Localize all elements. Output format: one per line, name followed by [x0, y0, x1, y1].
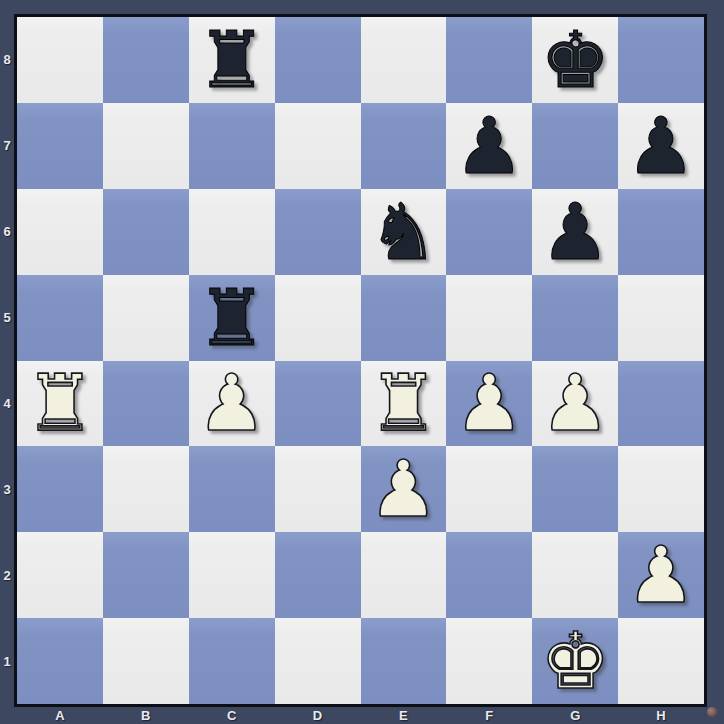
square-a4[interactable]: ♜ — [17, 361, 103, 447]
black-pawn-f7[interactable]: ♟ — [454, 103, 524, 189]
square-a8[interactable] — [17, 17, 103, 103]
square-h7[interactable]: ♟ — [618, 103, 704, 189]
square-b1[interactable] — [103, 618, 189, 704]
chessboard: ♜♚♟♟♞♟♜♜♟♜♟♟♟♟♚ — [14, 14, 707, 707]
rank-labels: 87654321 — [0, 17, 14, 704]
white-pawn-g4[interactable]: ♟ — [540, 361, 610, 447]
square-b8[interactable] — [103, 17, 189, 103]
square-e3[interactable]: ♟ — [361, 446, 447, 532]
square-g6[interactable]: ♟ — [532, 189, 618, 275]
file-label-b: B — [103, 707, 189, 724]
square-f7[interactable]: ♟ — [446, 103, 532, 189]
square-g7[interactable] — [532, 103, 618, 189]
square-c7[interactable] — [189, 103, 275, 189]
square-c8[interactable]: ♜ — [189, 17, 275, 103]
square-c4[interactable]: ♟ — [189, 361, 275, 447]
square-f6[interactable] — [446, 189, 532, 275]
square-e8[interactable] — [361, 17, 447, 103]
square-g1[interactable]: ♚ — [532, 618, 618, 704]
white-pawn-c4[interactable]: ♟ — [197, 361, 267, 447]
square-f5[interactable] — [446, 275, 532, 361]
rank-label-8: 8 — [0, 17, 14, 103]
rank-label-4: 4 — [0, 361, 14, 447]
rank-label-6: 6 — [0, 189, 14, 275]
square-f8[interactable] — [446, 17, 532, 103]
black-rook-c5[interactable]: ♜ — [197, 275, 267, 361]
square-f2[interactable] — [446, 532, 532, 618]
file-label-f: F — [446, 707, 532, 724]
square-b7[interactable] — [103, 103, 189, 189]
rank-label-7: 7 — [0, 103, 14, 189]
square-d7[interactable] — [275, 103, 361, 189]
black-rook-c8[interactable]: ♜ — [197, 17, 267, 103]
square-d5[interactable] — [275, 275, 361, 361]
square-g2[interactable] — [532, 532, 618, 618]
square-h5[interactable] — [618, 275, 704, 361]
square-e5[interactable] — [361, 275, 447, 361]
square-c6[interactable] — [189, 189, 275, 275]
square-h8[interactable] — [618, 17, 704, 103]
square-b6[interactable] — [103, 189, 189, 275]
square-h3[interactable] — [618, 446, 704, 532]
square-h2[interactable]: ♟ — [618, 532, 704, 618]
square-c2[interactable] — [189, 532, 275, 618]
file-labels: ABCDEFGH — [17, 707, 704, 724]
square-h6[interactable] — [618, 189, 704, 275]
square-f4[interactable]: ♟ — [446, 361, 532, 447]
square-b4[interactable] — [103, 361, 189, 447]
white-pawn-e3[interactable]: ♟ — [368, 446, 438, 532]
square-e1[interactable] — [361, 618, 447, 704]
white-king-g1[interactable]: ♚ — [540, 618, 610, 704]
square-e2[interactable] — [361, 532, 447, 618]
square-d4[interactable] — [275, 361, 361, 447]
white-pawn-f4[interactable]: ♟ — [454, 361, 524, 447]
square-a6[interactable] — [17, 189, 103, 275]
black-knight-e6[interactable]: ♞ — [368, 189, 438, 275]
black-pawn-h7[interactable]: ♟ — [626, 103, 696, 189]
rank-label-2: 2 — [0, 532, 14, 618]
square-g4[interactable]: ♟ — [532, 361, 618, 447]
square-d1[interactable] — [275, 618, 361, 704]
white-pawn-h2[interactable]: ♟ — [626, 532, 696, 618]
square-d3[interactable] — [275, 446, 361, 532]
square-b3[interactable] — [103, 446, 189, 532]
square-a5[interactable] — [17, 275, 103, 361]
square-d2[interactable] — [275, 532, 361, 618]
white-rook-e4[interactable]: ♜ — [368, 361, 438, 447]
square-h1[interactable] — [618, 618, 704, 704]
file-label-g: G — [532, 707, 618, 724]
file-label-e: E — [361, 707, 447, 724]
square-g5[interactable] — [532, 275, 618, 361]
corner-dot — [707, 707, 717, 717]
file-label-h: H — [618, 707, 704, 724]
square-h4[interactable] — [618, 361, 704, 447]
square-a3[interactable] — [17, 446, 103, 532]
file-label-c: C — [189, 707, 275, 724]
square-c5[interactable]: ♜ — [189, 275, 275, 361]
square-f1[interactable] — [446, 618, 532, 704]
square-a1[interactable] — [17, 618, 103, 704]
square-f3[interactable] — [446, 446, 532, 532]
file-label-d: D — [275, 707, 361, 724]
file-label-a: A — [17, 707, 103, 724]
square-a7[interactable] — [17, 103, 103, 189]
rank-label-3: 3 — [0, 446, 14, 532]
square-d6[interactable] — [275, 189, 361, 275]
square-c3[interactable] — [189, 446, 275, 532]
square-a2[interactable] — [17, 532, 103, 618]
square-b2[interactable] — [103, 532, 189, 618]
square-b5[interactable] — [103, 275, 189, 361]
black-king-g8[interactable]: ♚ — [540, 17, 610, 103]
rank-label-1: 1 — [0, 618, 14, 704]
white-rook-a4[interactable]: ♜ — [25, 361, 95, 447]
square-c1[interactable] — [189, 618, 275, 704]
square-g8[interactable]: ♚ — [532, 17, 618, 103]
square-e4[interactable]: ♜ — [361, 361, 447, 447]
square-g3[interactable] — [532, 446, 618, 532]
rank-label-5: 5 — [0, 275, 14, 361]
square-e6[interactable]: ♞ — [361, 189, 447, 275]
square-d8[interactable] — [275, 17, 361, 103]
black-pawn-g6[interactable]: ♟ — [540, 189, 610, 275]
square-e7[interactable] — [361, 103, 447, 189]
